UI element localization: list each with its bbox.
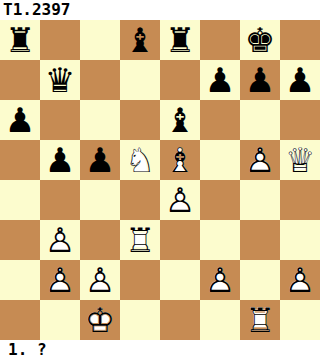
square-d7[interactable] [120,60,160,100]
square-h5[interactable]: ♛♕ [280,140,320,180]
square-b6[interactable] [40,100,80,140]
square-a3[interactable] [0,220,40,260]
piece-black-rook[interactable]: ♜ [0,20,40,60]
square-c3[interactable] [80,220,120,260]
chess-board: ♜♝♜♚♛♟♟♟♟♝♟♟♞♘♝♗♟♙♛♕♟♙♟♙♜♖♟♙♟♙♟♙♟♙♚♔♜♖ [0,20,320,340]
square-f1[interactable] [200,300,240,340]
square-a6[interactable]: ♟ [0,100,40,140]
square-c6[interactable] [80,100,120,140]
piece-black-bishop[interactable]: ♝ [160,100,200,140]
piece-outline: ♔ [80,300,120,340]
piece-white-pawn[interactable]: ♟♙ [40,260,80,300]
piece-outline: ♙ [160,180,200,220]
piece-outline: ♙ [280,260,320,300]
piece-black-king[interactable]: ♚ [240,20,280,60]
problem-id: T1.2397 [0,0,320,20]
square-c7[interactable] [80,60,120,100]
piece-white-pawn[interactable]: ♟♙ [40,220,80,260]
square-a2[interactable] [0,260,40,300]
square-f5[interactable] [200,140,240,180]
move-prompt: 1. ? [0,340,320,360]
square-e5[interactable]: ♝♗ [160,140,200,180]
piece-outline: ♖ [120,220,160,260]
square-g7[interactable]: ♟ [240,60,280,100]
square-h6[interactable] [280,100,320,140]
piece-white-bishop[interactable]: ♝♗ [160,140,200,180]
square-a5[interactable] [0,140,40,180]
square-h1[interactable] [280,300,320,340]
piece-outline: ♕ [280,140,320,180]
square-g8[interactable]: ♚ [240,20,280,60]
square-e4[interactable]: ♟♙ [160,180,200,220]
piece-black-pawn[interactable]: ♟ [0,100,40,140]
square-a4[interactable] [0,180,40,220]
square-h8[interactable] [280,20,320,60]
square-f7[interactable]: ♟ [200,60,240,100]
square-d2[interactable] [120,260,160,300]
piece-outline: ♙ [40,220,80,260]
square-b7[interactable]: ♛ [40,60,80,100]
square-h4[interactable] [280,180,320,220]
square-f2[interactable]: ♟♙ [200,260,240,300]
square-a8[interactable]: ♜ [0,20,40,60]
square-a1[interactable] [0,300,40,340]
square-f6[interactable] [200,100,240,140]
square-d3[interactable]: ♜♖ [120,220,160,260]
piece-white-knight[interactable]: ♞♘ [120,140,160,180]
piece-black-bishop[interactable]: ♝ [120,20,160,60]
piece-white-rook[interactable]: ♜♖ [120,220,160,260]
piece-black-pawn[interactable]: ♟ [280,60,320,100]
piece-black-rook[interactable]: ♜ [160,20,200,60]
square-g4[interactable] [240,180,280,220]
piece-black-pawn[interactable]: ♟ [40,140,80,180]
piece-white-pawn[interactable]: ♟♙ [240,140,280,180]
square-e8[interactable]: ♜ [160,20,200,60]
piece-black-pawn[interactable]: ♟ [200,60,240,100]
square-c1[interactable]: ♚♔ [80,300,120,340]
square-d1[interactable] [120,300,160,340]
square-a7[interactable] [0,60,40,100]
piece-black-pawn[interactable]: ♟ [240,60,280,100]
square-f4[interactable] [200,180,240,220]
piece-white-rook[interactable]: ♜♖ [240,300,280,340]
square-g2[interactable] [240,260,280,300]
square-d5[interactable]: ♞♘ [120,140,160,180]
square-c2[interactable]: ♟♙ [80,260,120,300]
piece-white-queen[interactable]: ♛♕ [280,140,320,180]
square-f3[interactable] [200,220,240,260]
square-b5[interactable]: ♟ [40,140,80,180]
square-e2[interactable] [160,260,200,300]
piece-outline: ♙ [200,260,240,300]
square-h7[interactable]: ♟ [280,60,320,100]
piece-black-pawn[interactable]: ♟ [80,140,120,180]
piece-outline: ♙ [240,140,280,180]
piece-outline: ♗ [160,140,200,180]
piece-white-pawn[interactable]: ♟♙ [280,260,320,300]
piece-white-pawn[interactable]: ♟♙ [160,180,200,220]
square-g3[interactable] [240,220,280,260]
square-g5[interactable]: ♟♙ [240,140,280,180]
square-b3[interactable]: ♟♙ [40,220,80,260]
piece-white-king[interactable]: ♚♔ [80,300,120,340]
square-h3[interactable] [280,220,320,260]
piece-outline: ♙ [80,260,120,300]
piece-outline: ♙ [40,260,80,300]
square-f8[interactable] [200,20,240,60]
square-d6[interactable] [120,100,160,140]
square-c5[interactable]: ♟ [80,140,120,180]
square-h2[interactable]: ♟♙ [280,260,320,300]
square-c4[interactable] [80,180,120,220]
square-d8[interactable]: ♝ [120,20,160,60]
square-e6[interactable]: ♝ [160,100,200,140]
square-e3[interactable] [160,220,200,260]
piece-outline: ♘ [120,140,160,180]
piece-white-pawn[interactable]: ♟♙ [80,260,120,300]
piece-white-pawn[interactable]: ♟♙ [200,260,240,300]
piece-outline: ♖ [240,300,280,340]
square-d4[interactable] [120,180,160,220]
square-b1[interactable] [40,300,80,340]
square-g1[interactable]: ♜♖ [240,300,280,340]
square-b4[interactable] [40,180,80,220]
square-e1[interactable] [160,300,200,340]
chess-app: T1.2397 ♜♝♜♚♛♟♟♟♟♝♟♟♞♘♝♗♟♙♛♕♟♙♟♙♜♖♟♙♟♙♟♙… [0,0,320,360]
square-b8[interactable] [40,20,80,60]
square-e7[interactable] [160,60,200,100]
square-b2[interactable]: ♟♙ [40,260,80,300]
square-c8[interactable] [80,20,120,60]
piece-black-queen[interactable]: ♛ [40,60,80,100]
square-g6[interactable] [240,100,280,140]
